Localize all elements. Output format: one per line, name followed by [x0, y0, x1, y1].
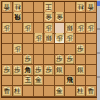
piece-桂-21[interactable]: 桂: [76, 2, 85, 12]
square-16[interactable]: [86, 55, 97, 66]
square-79[interactable]: [23, 86, 34, 97]
square-89[interactable]: 桂: [13, 86, 24, 97]
square-21[interactable]: 桂: [76, 2, 87, 13]
square-37[interactable]: [65, 65, 76, 76]
square-45[interactable]: [55, 44, 66, 55]
piece-角-77[interactable]: 角: [23, 65, 32, 75]
piece-銀-54[interactable]: 銀: [44, 33, 53, 43]
square-19[interactable]: 香: [86, 86, 97, 97]
square-65[interactable]: [34, 44, 45, 55]
square-71[interactable]: [23, 2, 34, 13]
square-46[interactable]: 歩: [55, 55, 66, 66]
square-86[interactable]: [13, 55, 24, 66]
piece-歩-44[interactable]: 歩: [55, 33, 64, 43]
piece-飛-38[interactable]: 飛: [65, 75, 74, 85]
square-18[interactable]: [86, 76, 97, 87]
square-94[interactable]: [2, 34, 13, 45]
square-87[interactable]: 歩: [13, 65, 24, 76]
piece-香-11[interactable]: 香: [86, 2, 95, 12]
square-11[interactable]: 香: [86, 2, 97, 13]
square-41[interactable]: [55, 2, 66, 13]
piece-歩-76[interactable]: 歩: [23, 54, 32, 64]
piece-歩-93[interactable]: 歩: [2, 23, 11, 33]
square-36[interactable]: 歩: [65, 55, 76, 66]
square-96[interactable]: [2, 55, 13, 66]
piece-銀-33[interactable]: 銀: [65, 23, 74, 33]
square-84[interactable]: [13, 34, 24, 45]
square-44[interactable]: 歩: [55, 34, 66, 45]
piece-桂-81[interactable]: 桂: [13, 2, 22, 12]
piece-桂-29[interactable]: 桂: [76, 86, 85, 96]
square-22[interactable]: [76, 13, 87, 24]
square-58[interactable]: [44, 76, 55, 87]
piece-歩-67[interactable]: 歩: [34, 65, 43, 75]
square-52[interactable]: 金: [44, 13, 55, 24]
square-53[interactable]: 歩: [44, 23, 55, 34]
square-39[interactable]: [65, 86, 76, 97]
square-78[interactable]: 玉: [23, 76, 34, 87]
piece-飛-82[interactable]: 飛: [13, 12, 22, 22]
square-23[interactable]: 歩: [76, 23, 87, 34]
piece-金-52[interactable]: 金: [44, 12, 53, 22]
square-98[interactable]: [2, 76, 13, 87]
square-57[interactable]: 歩: [44, 65, 55, 76]
piece-歩-85[interactable]: 歩: [13, 44, 22, 54]
square-27[interactable]: 銀: [76, 65, 87, 76]
square-25[interactable]: 歩: [76, 44, 87, 55]
square-15[interactable]: [86, 44, 97, 55]
square-99[interactable]: 香: [2, 86, 13, 97]
piece-桂-89[interactable]: 桂: [13, 86, 22, 96]
side-panel-tick: [97, 52, 100, 54]
square-85[interactable]: 歩: [13, 44, 24, 55]
square-83[interactable]: [13, 23, 24, 34]
square-75[interactable]: [23, 44, 34, 55]
side-panel-accent-chip: [97, 1, 100, 6]
piece-歩-64[interactable]: 歩: [34, 33, 43, 43]
square-72[interactable]: [23, 13, 34, 24]
square-68[interactable]: 金: [34, 76, 45, 87]
square-81[interactable]: 桂: [13, 2, 24, 13]
square-14[interactable]: [86, 34, 97, 45]
square-32[interactable]: [65, 13, 76, 24]
square-76[interactable]: 歩: [23, 55, 34, 66]
square-13[interactable]: 歩: [86, 23, 97, 34]
square-61[interactable]: [34, 2, 45, 13]
square-67[interactable]: 歩: [34, 65, 45, 76]
side-panel-edge: [97, 0, 100, 100]
square-55[interactable]: [44, 44, 55, 55]
square-51[interactable]: 王: [44, 2, 55, 13]
square-43[interactable]: [55, 23, 66, 34]
piece-歩-53[interactable]: 歩: [44, 23, 53, 33]
piece-歩-57[interactable]: 歩: [44, 65, 53, 75]
square-49[interactable]: 金: [55, 86, 66, 97]
square-48[interactable]: [55, 76, 66, 87]
piece-歩-34[interactable]: 歩: [65, 33, 74, 43]
shogi-board: 香桂王桂香飛金金歩歩歩銀歩歩歩銀歩歩歩歩歩歩歩歩歩角歩歩銀銀玉金飛香桂金桂香: [0, 0, 97, 100]
square-29[interactable]: 桂: [76, 86, 87, 97]
piece-香-99[interactable]: 香: [2, 86, 11, 96]
piece-歩-36[interactable]: 歩: [65, 54, 74, 64]
square-64[interactable]: 歩: [34, 34, 45, 45]
piece-歩-87[interactable]: 歩: [13, 65, 22, 75]
piece-玉-78[interactable]: 玉: [23, 75, 32, 85]
square-24[interactable]: [76, 34, 87, 45]
square-66[interactable]: [34, 55, 45, 66]
square-12[interactable]: [86, 13, 97, 24]
square-92[interactable]: [2, 13, 13, 24]
piece-銀-47[interactable]: 銀: [55, 65, 64, 75]
piece-歩-25[interactable]: 歩: [76, 44, 85, 54]
square-97[interactable]: 歩: [2, 65, 13, 76]
square-95[interactable]: [2, 44, 13, 55]
piece-王-51[interactable]: 王: [44, 2, 53, 12]
square-56[interactable]: [44, 55, 55, 66]
square-91[interactable]: 香: [2, 2, 13, 13]
square-74[interactable]: [23, 34, 34, 45]
piece-香-91[interactable]: 香: [2, 2, 11, 12]
square-82[interactable]: 飛: [13, 13, 24, 24]
piece-銀-27[interactable]: 銀: [76, 65, 85, 75]
square-63[interactable]: [34, 23, 45, 34]
square-77[interactable]: 角: [23, 65, 34, 76]
piece-歩-23[interactable]: 歩: [76, 23, 85, 33]
square-35[interactable]: [65, 44, 76, 55]
square-34[interactable]: 歩: [65, 34, 76, 45]
square-38[interactable]: 飛: [65, 76, 76, 87]
side-panel-tick: [97, 28, 100, 30]
square-33[interactable]: 銀: [65, 23, 76, 34]
square-26[interactable]: [76, 55, 87, 66]
square-73[interactable]: 歩: [23, 23, 34, 34]
piece-歩-13[interactable]: 歩: [86, 23, 95, 33]
square-47[interactable]: 銀: [55, 65, 66, 76]
square-69[interactable]: [34, 86, 45, 97]
square-54[interactable]: 銀: [44, 34, 55, 45]
side-panel-tick: [97, 76, 100, 78]
piece-金-68[interactable]: 金: [34, 75, 43, 85]
square-17[interactable]: [86, 65, 97, 76]
piece-香-19[interactable]: 香: [86, 86, 95, 96]
piece-金-42[interactable]: 金: [55, 12, 64, 22]
square-62[interactable]: [34, 13, 45, 24]
square-59[interactable]: [44, 86, 55, 97]
piece-歩-73[interactable]: 歩: [23, 23, 32, 33]
board-grid: 香桂王桂香飛金金歩歩歩銀歩歩歩銀歩歩歩歩歩歩歩歩歩角歩歩銀銀玉金飛香桂金桂香: [1, 1, 98, 98]
piece-歩-97[interactable]: 歩: [2, 65, 11, 75]
square-88[interactable]: [13, 76, 24, 87]
square-31[interactable]: [65, 2, 76, 13]
square-93[interactable]: 歩: [2, 23, 13, 34]
square-42[interactable]: 金: [55, 13, 66, 24]
square-28[interactable]: [76, 76, 87, 87]
piece-歩-46[interactable]: 歩: [55, 54, 64, 64]
piece-金-49[interactable]: 金: [55, 86, 64, 96]
